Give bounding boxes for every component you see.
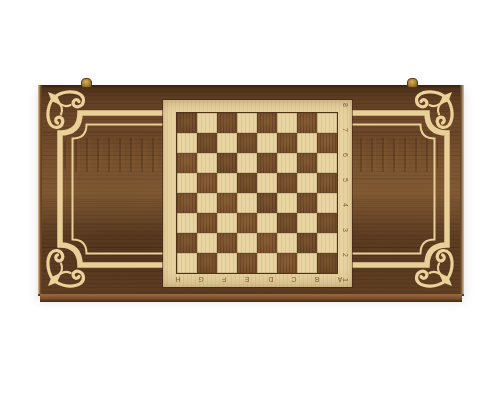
rank-label-5: 5 (339, 174, 351, 186)
chessboard-panel: HGFEDCBA 87654321 (163, 100, 352, 287)
square-a1[interactable] (317, 253, 337, 273)
rank-label-3: 3 (339, 224, 351, 236)
square-f4[interactable] (217, 193, 237, 213)
square-g4[interactable] (197, 193, 217, 213)
square-h3[interactable] (177, 213, 197, 233)
square-a2[interactable] (317, 233, 337, 253)
square-g6[interactable] (197, 153, 217, 173)
square-b3[interactable] (297, 213, 317, 233)
square-a4[interactable] (317, 193, 337, 213)
square-c8[interactable] (277, 113, 297, 133)
square-e7[interactable] (237, 133, 257, 153)
square-b4[interactable] (297, 193, 317, 213)
square-g7[interactable] (197, 133, 217, 153)
square-a7[interactable] (317, 133, 337, 153)
square-g8[interactable] (197, 113, 217, 133)
square-f1[interactable] (217, 253, 237, 273)
square-d4[interactable] (257, 193, 277, 213)
square-a3[interactable] (317, 213, 337, 233)
square-d6[interactable] (257, 153, 277, 173)
square-d3[interactable] (257, 213, 277, 233)
square-h1[interactable] (177, 253, 197, 273)
rank-label-2: 2 (339, 249, 351, 261)
rank-label-7: 7 (339, 124, 351, 136)
file-label-e: E (241, 274, 253, 284)
square-e8[interactable] (237, 113, 257, 133)
square-e4[interactable] (237, 193, 257, 213)
square-e1[interactable] (237, 253, 257, 273)
square-g5[interactable] (197, 173, 217, 193)
rank-label-4: 4 (339, 199, 351, 211)
square-c5[interactable] (277, 173, 297, 193)
square-e3[interactable] (237, 213, 257, 233)
square-h7[interactable] (177, 133, 197, 153)
square-c7[interactable] (277, 133, 297, 153)
square-g3[interactable] (197, 213, 217, 233)
scroll-flourish-icon-bottom-right (417, 251, 453, 287)
square-e2[interactable] (237, 233, 257, 253)
square-f2[interactable] (217, 233, 237, 253)
square-g2[interactable] (197, 233, 217, 253)
square-b1[interactable] (297, 253, 317, 273)
rank-label-6: 6 (339, 149, 351, 161)
rank-label-1: 1 (339, 274, 351, 286)
square-h5[interactable] (177, 173, 197, 193)
square-d8[interactable] (257, 113, 277, 133)
square-b8[interactable] (297, 113, 317, 133)
square-c6[interactable] (277, 153, 297, 173)
file-label-b: B (311, 274, 323, 284)
square-a8[interactable] (317, 113, 337, 133)
square-h4[interactable] (177, 193, 197, 213)
square-c4[interactable] (277, 193, 297, 213)
square-b7[interactable] (297, 133, 317, 153)
square-h8[interactable] (177, 113, 197, 133)
square-b5[interactable] (297, 173, 317, 193)
square-h6[interactable] (177, 153, 197, 173)
square-a6[interactable] (317, 153, 337, 173)
chessboard-grid (176, 112, 338, 274)
square-f3[interactable] (217, 213, 237, 233)
product-photo-stage: HGFEDCBA 87654321 (0, 0, 500, 400)
square-f8[interactable] (217, 113, 237, 133)
file-label-f: F (218, 274, 230, 284)
square-a5[interactable] (317, 173, 337, 193)
file-label-c: C (288, 274, 300, 284)
square-d2[interactable] (257, 233, 277, 253)
square-c2[interactable] (277, 233, 297, 253)
square-f6[interactable] (217, 153, 237, 173)
square-e5[interactable] (237, 173, 257, 193)
square-d5[interactable] (257, 173, 277, 193)
square-c1[interactable] (277, 253, 297, 273)
square-d7[interactable] (257, 133, 277, 153)
rank-label-8: 8 (339, 99, 351, 111)
square-f5[interactable] (217, 173, 237, 193)
square-b2[interactable] (297, 233, 317, 253)
square-c3[interactable] (277, 213, 297, 233)
square-h2[interactable] (177, 233, 197, 253)
file-label-d: D (265, 274, 277, 284)
square-e6[interactable] (237, 153, 257, 173)
file-label-g: G (195, 274, 207, 284)
square-f7[interactable] (217, 133, 237, 153)
square-d1[interactable] (257, 253, 277, 273)
file-label-h: H (172, 274, 184, 284)
square-b6[interactable] (297, 153, 317, 173)
square-g1[interactable] (197, 253, 217, 273)
scroll-flourish-icon-top-right (417, 92, 453, 128)
